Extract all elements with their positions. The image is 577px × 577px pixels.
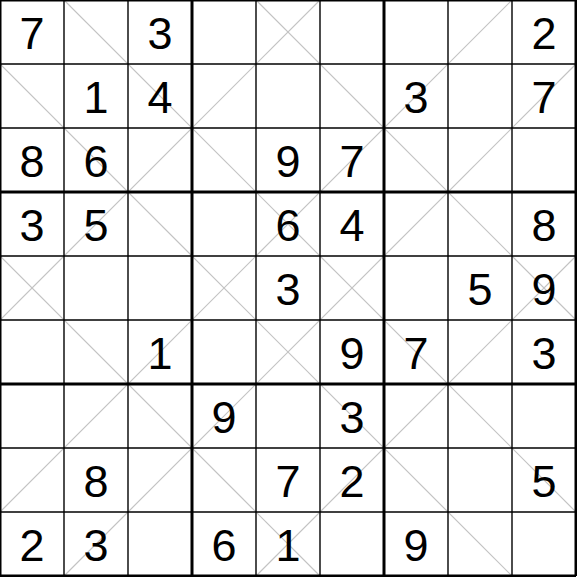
cell-r9c4: 6 xyxy=(192,512,256,576)
cell-r2c5[interactable] xyxy=(256,64,320,128)
cell-r6c2[interactable] xyxy=(64,320,128,384)
given-digit: 1 xyxy=(147,331,172,376)
given-digit: 5 xyxy=(83,203,108,248)
cell-r8c1[interactable] xyxy=(0,448,64,512)
sudoku-board: 7321437869735648359197393872523619 xyxy=(0,0,577,577)
cell-r2c7: 3 xyxy=(384,64,448,128)
cell-r5c4[interactable] xyxy=(192,256,256,320)
cell-r4c9: 8 xyxy=(512,192,576,256)
given-digit: 9 xyxy=(531,267,556,312)
cell-r9c6[interactable] xyxy=(320,512,384,576)
cell-r1c3: 3 xyxy=(128,0,192,64)
given-digit: 3 xyxy=(83,523,108,568)
cell-r5c8: 5 xyxy=(448,256,512,320)
cell-r1c2[interactable] xyxy=(64,0,128,64)
given-digit: 4 xyxy=(339,203,364,248)
cell-r5c9: 9 xyxy=(512,256,576,320)
cell-r3c8[interactable] xyxy=(448,128,512,192)
given-digit: 2 xyxy=(531,11,556,56)
cell-r5c1[interactable] xyxy=(0,256,64,320)
cell-r7c7[interactable] xyxy=(384,384,448,448)
cell-r7c5[interactable] xyxy=(256,384,320,448)
cell-r4c7[interactable] xyxy=(384,192,448,256)
cell-r7c1[interactable] xyxy=(0,384,64,448)
cell-r9c8[interactable] xyxy=(448,512,512,576)
given-digit: 1 xyxy=(275,523,300,568)
given-digit: 7 xyxy=(275,459,300,504)
cell-r1c7[interactable] xyxy=(384,0,448,64)
given-digit: 3 xyxy=(147,11,172,56)
cell-r8c6: 2 xyxy=(320,448,384,512)
cell-r2c9: 7 xyxy=(512,64,576,128)
given-digit: 3 xyxy=(403,75,428,120)
cell-r4c6: 4 xyxy=(320,192,384,256)
given-digit: 7 xyxy=(19,11,44,56)
given-digit: 9 xyxy=(211,395,236,440)
cell-r2c8[interactable] xyxy=(448,64,512,128)
cell-r1c9: 2 xyxy=(512,0,576,64)
cell-r7c4: 9 xyxy=(192,384,256,448)
cell-r7c2[interactable] xyxy=(64,384,128,448)
cell-r5c3[interactable] xyxy=(128,256,192,320)
cell-r3c3[interactable] xyxy=(128,128,192,192)
cell-r8c5: 7 xyxy=(256,448,320,512)
cell-r3c2: 6 xyxy=(64,128,128,192)
given-digit: 3 xyxy=(339,395,364,440)
given-digit: 5 xyxy=(531,459,556,504)
given-digit: 7 xyxy=(531,75,556,120)
cell-r4c4[interactable] xyxy=(192,192,256,256)
cell-r9c5: 1 xyxy=(256,512,320,576)
given-digit: 4 xyxy=(147,75,172,120)
cell-r9c3[interactable] xyxy=(128,512,192,576)
cell-r3c6: 7 xyxy=(320,128,384,192)
cell-r3c5: 9 xyxy=(256,128,320,192)
cell-r6c1[interactable] xyxy=(0,320,64,384)
cell-r7c8[interactable] xyxy=(448,384,512,448)
cell-r3c4[interactable] xyxy=(192,128,256,192)
cell-r8c7[interactable] xyxy=(384,448,448,512)
given-digit: 9 xyxy=(275,139,300,184)
cell-r6c6: 9 xyxy=(320,320,384,384)
cell-r2c4[interactable] xyxy=(192,64,256,128)
cell-r4c1: 3 xyxy=(0,192,64,256)
cell-r2c3: 4 xyxy=(128,64,192,128)
given-digit: 7 xyxy=(339,139,364,184)
given-digit: 2 xyxy=(19,523,44,568)
cell-r5c2[interactable] xyxy=(64,256,128,320)
given-digit: 8 xyxy=(19,139,44,184)
cell-r2c1[interactable] xyxy=(0,64,64,128)
cell-r4c8[interactable] xyxy=(448,192,512,256)
cell-r1c5[interactable] xyxy=(256,0,320,64)
cell-r6c3: 1 xyxy=(128,320,192,384)
given-digit: 3 xyxy=(19,203,44,248)
cell-r5c5: 3 xyxy=(256,256,320,320)
given-digit: 8 xyxy=(83,459,108,504)
cell-r6c4[interactable] xyxy=(192,320,256,384)
given-digit: 6 xyxy=(211,523,236,568)
given-digit: 6 xyxy=(275,203,300,248)
cell-r3c1: 8 xyxy=(0,128,64,192)
cell-r4c2: 5 xyxy=(64,192,128,256)
cell-r9c1: 2 xyxy=(0,512,64,576)
given-digit: 1 xyxy=(83,75,108,120)
cell-r3c9[interactable] xyxy=(512,128,576,192)
cell-r5c7[interactable] xyxy=(384,256,448,320)
cell-r1c8[interactable] xyxy=(448,0,512,64)
given-digit: 5 xyxy=(467,267,492,312)
cell-r1c6[interactable] xyxy=(320,0,384,64)
cell-r8c4[interactable] xyxy=(192,448,256,512)
cell-r6c8[interactable] xyxy=(448,320,512,384)
cell-r2c2: 1 xyxy=(64,64,128,128)
given-digit: 2 xyxy=(339,459,364,504)
cell-r7c6: 3 xyxy=(320,384,384,448)
cell-r5c6[interactable] xyxy=(320,256,384,320)
cell-r1c4[interactable] xyxy=(192,0,256,64)
cell-r1c1: 7 xyxy=(0,0,64,64)
cell-r8c3[interactable] xyxy=(128,448,192,512)
sudoku-grid: 7321437869735648359197393872523619 xyxy=(0,0,576,576)
cell-r8c9: 5 xyxy=(512,448,576,512)
given-digit: 9 xyxy=(339,331,364,376)
given-digit: 8 xyxy=(531,203,556,248)
cell-r3c7[interactable] xyxy=(384,128,448,192)
given-digit: 3 xyxy=(531,331,556,376)
cell-r6c9: 3 xyxy=(512,320,576,384)
cell-r4c3[interactable] xyxy=(128,192,192,256)
cell-r7c3[interactable] xyxy=(128,384,192,448)
given-digit: 7 xyxy=(403,331,428,376)
cell-r4c5: 6 xyxy=(256,192,320,256)
cell-r6c5[interactable] xyxy=(256,320,320,384)
cell-r8c2: 8 xyxy=(64,448,128,512)
cell-r9c9[interactable] xyxy=(512,512,576,576)
cell-r7c9[interactable] xyxy=(512,384,576,448)
given-digit: 6 xyxy=(83,139,108,184)
cell-r6c7: 7 xyxy=(384,320,448,384)
cell-r8c8[interactable] xyxy=(448,448,512,512)
cell-r9c2: 3 xyxy=(64,512,128,576)
given-digit: 9 xyxy=(403,523,428,568)
cell-r2c6[interactable] xyxy=(320,64,384,128)
given-digit: 3 xyxy=(275,267,300,312)
cell-r9c7: 9 xyxy=(384,512,448,576)
